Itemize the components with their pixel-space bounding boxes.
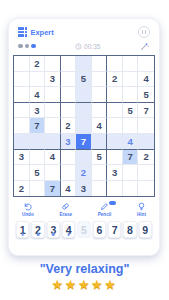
cell-r5c3[interactable] [45,118,61,134]
cell-value: 7 [128,151,133,162]
cell-value: 3 [112,167,117,178]
cell-value: 3 [34,105,39,116]
grid-icon [18,27,27,36]
cell-r9c2[interactable] [30,181,46,197]
numpad-key-7[interactable]: 7 [108,221,121,238]
numpad-key-4[interactable]: 4 [62,221,75,238]
pause-button[interactable] [138,26,150,38]
cell-r7c6[interactable]: 5 [92,150,108,166]
cell-value: 5 [144,89,149,100]
cell-r9c3[interactable]: 7 [45,181,61,197]
cell-r1c3[interactable] [45,56,61,72]
cell-r6c6[interactable] [92,134,108,150]
pencil-icon [100,202,109,211]
cell-value: 5 [81,73,86,84]
cell-value: 7 [144,105,149,116]
cell-value: 4 [128,136,133,147]
remaining-count-mark [21,233,24,236]
clock-icon [75,43,82,50]
cell-r7c2[interactable] [30,150,46,166]
cell-r4c5[interactable] [76,103,92,119]
cell-r2c1[interactable] [14,72,30,88]
cell-r8c6[interactable] [92,165,108,181]
cell-value: 7 [50,183,55,194]
remaining-count-mark [37,233,40,236]
cell-r7c3[interactable]: 4 [45,150,61,166]
cell-r9c8[interactable] [123,181,139,197]
cell-value: 4 [50,151,55,162]
star-icon: ★ [52,277,65,292]
cell-r1c2[interactable]: 2 [30,56,46,72]
hint-label: Hint [137,212,146,217]
cell-r6c9[interactable] [138,134,154,150]
cell-r4c6[interactable] [92,103,108,119]
header-row-1: Expert [18,26,150,38]
cell-value: 2 [34,58,39,69]
cell-r3c6[interactable] [92,87,108,103]
cell-r7c8[interactable]: 7 [123,150,139,166]
cell-r6c2[interactable] [30,134,46,150]
cell-r4c3[interactable] [45,103,61,119]
hint-button[interactable]: Hint [137,202,146,217]
cell-r7c5[interactable] [76,150,92,166]
cell-r1c5[interactable] [76,56,92,72]
cell-r9c4[interactable]: 4 [61,181,77,197]
cell-r9c9[interactable] [138,181,154,197]
numpad-key-3[interactable]: 3 [47,221,60,238]
cell-r6c4[interactable]: 3 [61,134,77,150]
magic-wand-icon[interactable] [140,41,150,51]
cell-r5c6[interactable]: 4 [92,118,108,134]
undo-button[interactable]: Undo [22,202,34,217]
undo-icon [23,202,32,211]
cell-r6c3[interactable] [45,134,61,150]
cell-r5c5[interactable] [76,118,92,134]
cell-r3c1[interactable] [14,87,30,103]
cell-r4c1[interactable] [14,103,30,119]
cell-r6c5[interactable]: 7 [76,134,92,150]
cell-value: 5 [96,151,101,162]
cell-r2c9[interactable]: 4 [138,72,154,88]
difficulty-label: Expert [30,28,53,37]
cell-r3c9[interactable]: 5 [138,87,154,103]
cell-r8c8[interactable] [123,165,139,181]
board-frame: 2352445357724374345725232743 [13,55,155,197]
cell-r2c7[interactable]: 2 [107,72,123,88]
header-row-2: 00:35 [18,41,150,51]
cell-r5c9[interactable] [138,118,154,134]
erase-label: Erase [59,212,72,217]
cell-r9c6[interactable] [92,181,108,197]
cell-r6c1[interactable] [14,134,30,150]
remaining-count-mark [67,233,70,236]
cell-value: 3 [50,73,55,84]
cell-r2c2[interactable] [30,72,46,88]
cell-value: 4 [34,89,39,100]
cell-r2c5[interactable]: 5 [76,72,92,88]
pencil-badge [109,201,116,205]
pencil-label: Pencil [98,212,112,217]
cell-r8c9[interactable] [138,165,154,181]
star-icon: ★ [65,277,78,292]
cell-r3c4[interactable] [61,87,77,103]
cell-r1c4[interactable] [61,56,77,72]
star-icon: ★ [104,277,117,292]
cell-r2c8[interactable] [123,72,139,88]
cell-r1c8[interactable] [123,56,139,72]
cell-value: 3 [19,151,24,162]
numpad-key-1[interactable]: 1 [16,221,29,238]
cell-r3c5[interactable] [76,87,92,103]
cell-r8c5[interactable]: 2 [76,165,92,181]
numpad-key-6[interactable]: 6 [93,221,106,238]
star-rating: ★★★★★ [0,277,169,292]
cell-r8c3[interactable] [45,165,61,181]
lightbulb-icon [137,202,146,211]
eraser-icon [61,202,70,211]
star-icon: ★ [91,277,104,292]
cell-r7c7[interactable] [107,150,123,166]
cell-value: 2 [19,183,24,194]
mistake-dots [18,44,36,49]
cell-value: 7 [34,120,39,131]
cell-r2c4[interactable] [61,72,77,88]
cell-r5c4[interactable]: 2 [61,118,77,134]
star-icon: ★ [78,277,91,292]
cell-r5c7[interactable] [107,118,123,134]
cell-r5c1[interactable] [14,118,30,134]
rating-quote: "Very relaxing" [0,262,169,276]
cell-r1c7[interactable] [107,56,123,72]
cell-value: 7 [81,136,86,147]
cell-r3c3[interactable] [45,87,61,103]
toolbar: Undo Erase Pencil Hint [22,202,146,217]
numpad-key-9[interactable]: 9 [139,221,152,238]
cell-r2c3[interactable]: 3 [45,72,61,88]
remaining-count-mark [52,233,55,236]
cell-value: 4 [65,183,70,194]
cell-r5c8[interactable] [123,118,139,134]
cell-r7c9[interactable]: 2 [138,150,154,166]
numpad-key-5[interactable]: 5 [77,221,90,238]
cell-r9c5[interactable]: 3 [76,181,92,197]
cell-value: 2 [144,151,149,162]
cell-value: 5 [128,105,133,116]
cell-value: 2 [81,167,86,178]
cell-r1c1[interactable] [14,56,30,72]
cell-r8c1[interactable] [14,165,30,181]
cell-value: 3 [65,136,70,147]
cell-r4c8[interactable]: 5 [123,103,139,119]
cell-r9c1[interactable]: 2 [14,181,30,197]
cell-r6c7[interactable] [107,134,123,150]
cell-r8c2[interactable]: 5 [30,165,46,181]
cell-value: 4 [144,73,149,84]
dot-gray [25,44,30,49]
numpad-key-8[interactable]: 8 [123,221,136,238]
cell-r4c9[interactable]: 7 [138,103,154,119]
sudoku-board: 2352445357724374345725232743 [14,56,154,196]
pencil-button[interactable]: Pencil [98,202,112,217]
cell-r8c7[interactable]: 3 [107,165,123,181]
dot-gray [18,44,23,49]
erase-button[interactable]: Erase [59,202,72,217]
cell-r5c2[interactable]: 7 [30,118,46,134]
cell-value: 4 [96,120,101,131]
cell-value: 3 [81,183,86,194]
cell-r8c4[interactable] [61,165,77,181]
cell-r1c6[interactable] [92,56,108,72]
cell-r3c8[interactable] [123,87,139,103]
cell-r7c4[interactable] [61,150,77,166]
timer-value: 00:35 [84,43,100,50]
undo-label: Undo [22,212,34,217]
cell-r4c4[interactable] [61,103,77,119]
numpad: 123456789 [16,221,152,238]
cell-value: 5 [34,167,39,178]
cell-r4c7[interactable] [107,103,123,119]
cell-value: 2 [65,120,70,131]
cell-r4c2[interactable]: 3 [30,103,46,119]
dot-blue [31,44,36,49]
numpad-key-2[interactable]: 2 [31,221,44,238]
game-card: Expert 00:35 235244535772437434572523274… [8,18,160,256]
cell-r9c7[interactable] [107,181,123,197]
cell-r7c1[interactable]: 3 [14,150,30,166]
cell-r3c2[interactable]: 4 [30,87,46,103]
difficulty-selector[interactable]: Expert [18,27,54,36]
pause-icon [142,30,143,34]
timer: 00:35 [75,43,100,50]
cell-r1c9[interactable] [138,56,154,72]
cell-r3c7[interactable] [107,87,123,103]
cell-r6c8[interactable]: 4 [123,134,139,150]
cell-r2c6[interactable] [92,72,108,88]
cell-value: 2 [112,73,117,84]
